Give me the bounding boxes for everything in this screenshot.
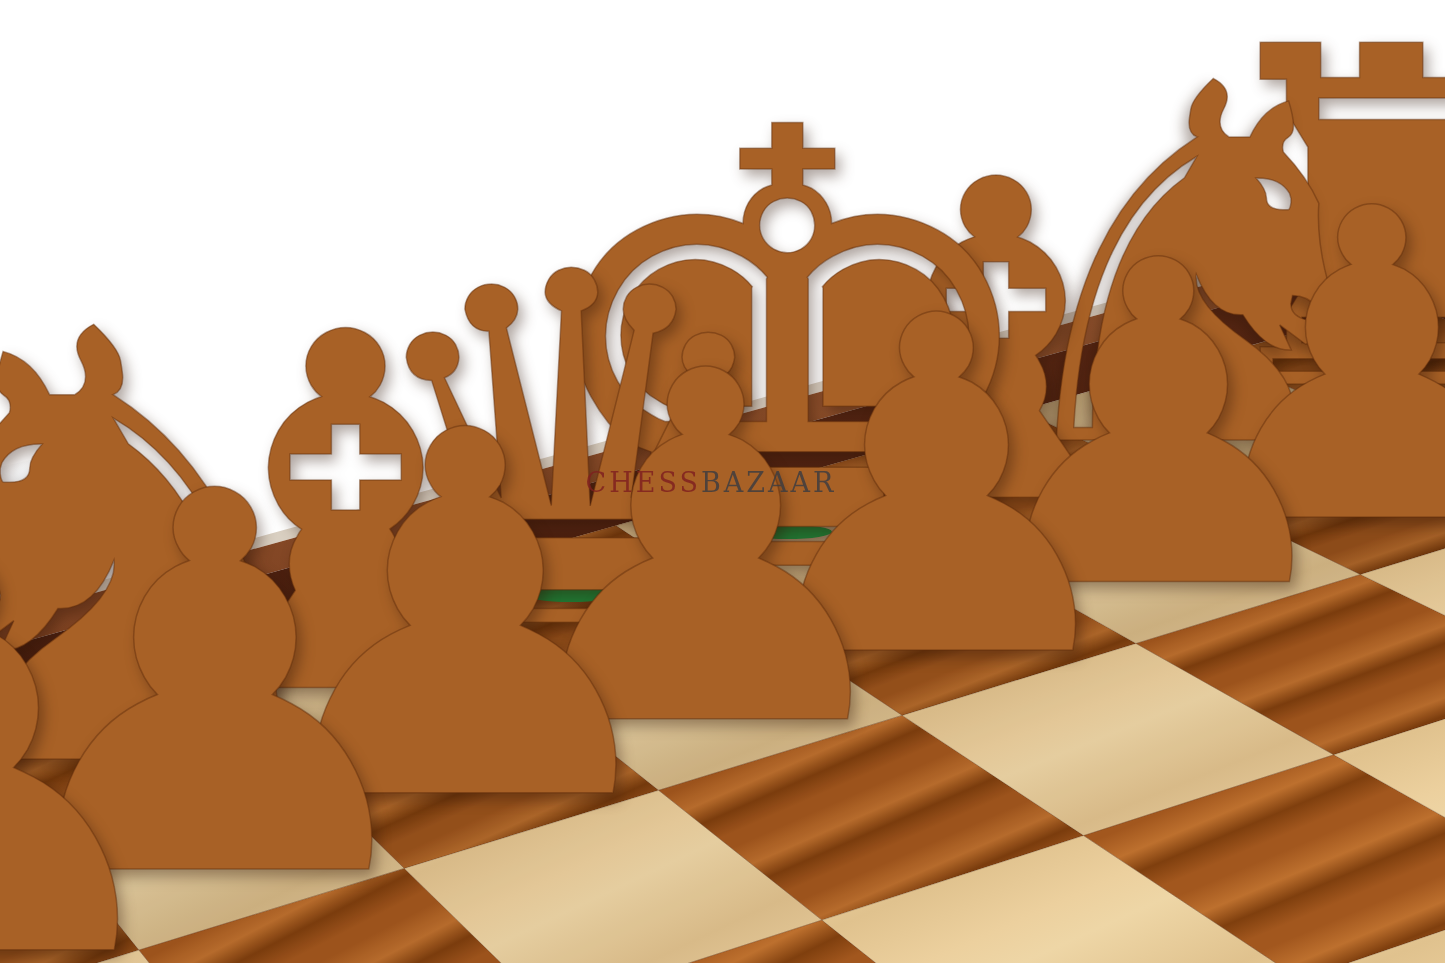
- watermark-chess: CHESS: [586, 467, 701, 498]
- felt-base-h8: [1352, 351, 1432, 364]
- felt-base-f8: [953, 465, 1039, 479]
- watermark-bazaar: BAZAAR: [701, 467, 836, 498]
- product-photo-stage: ♞♝♛♚♝♞♜♟♟♟♟♟♟♟ CHESSBAZAAR: [0, 0, 1445, 963]
- felt-base-g7: [1328, 485, 1416, 499]
- felt-base-e8: [743, 525, 832, 539]
- felt-base-f7: [1113, 549, 1204, 564]
- felt-base-d8: [524, 587, 617, 602]
- felt-base-d7: [656, 684, 755, 700]
- felt-base-g8: [1156, 407, 1239, 420]
- felt-base-e7: [889, 615, 984, 630]
- felt-base-c8: [298, 652, 394, 668]
- felt-base-b8: [62, 719, 162, 735]
- felt-base-c7: [414, 756, 517, 773]
- watermark: CHESSBAZAAR: [586, 467, 837, 498]
- felt-base-b7: [161, 831, 268, 848]
